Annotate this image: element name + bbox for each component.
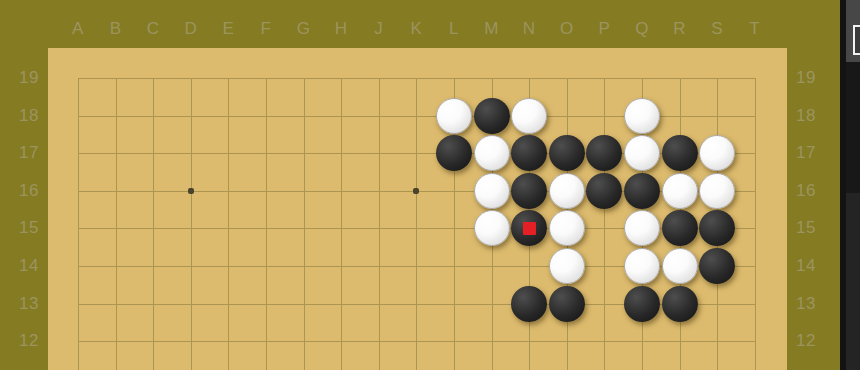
column-label-D: D <box>184 19 197 39</box>
column-label-T: T <box>749 19 760 39</box>
row-label-right-16: 16 <box>796 181 816 201</box>
black-stone[interactable] <box>511 210 547 246</box>
white-stone[interactable] <box>624 98 660 134</box>
white-stone[interactable] <box>549 248 585 284</box>
grid-line-vertical <box>604 78 605 370</box>
panel-top-section <box>846 0 860 62</box>
black-stone[interactable] <box>586 135 622 171</box>
white-stone[interactable] <box>474 135 510 171</box>
white-stone[interactable] <box>474 173 510 209</box>
column-label-G: G <box>297 19 311 39</box>
screen: ABCDEFGHJKLMNOPQRST 1918171615141312 191… <box>0 0 860 370</box>
white-stone[interactable] <box>699 135 735 171</box>
row-label-right-14: 14 <box>796 256 816 276</box>
black-stone[interactable] <box>586 173 622 209</box>
grid-line-vertical <box>341 78 342 370</box>
column-label-L: L <box>449 19 459 39</box>
white-stone[interactable] <box>699 173 735 209</box>
column-label-N: N <box>523 19 536 39</box>
row-label-left-17: 17 <box>19 143 39 163</box>
row-label-left-13: 13 <box>19 294 39 314</box>
black-stone[interactable] <box>662 286 698 322</box>
row-label-right-18: 18 <box>796 106 816 126</box>
column-label-F: F <box>261 19 272 39</box>
column-label-M: M <box>484 19 499 39</box>
grid-line-horizontal <box>78 341 756 342</box>
black-stone[interactable] <box>549 286 585 322</box>
white-stone[interactable] <box>662 173 698 209</box>
white-stone[interactable] <box>624 135 660 171</box>
panel-bottom-section <box>846 193 860 370</box>
row-label-left-15: 15 <box>19 218 39 238</box>
black-stone[interactable] <box>662 135 698 171</box>
column-label-C: C <box>147 19 160 39</box>
white-stone[interactable] <box>474 210 510 246</box>
column-label-R: R <box>673 19 686 39</box>
black-stone[interactable] <box>624 286 660 322</box>
white-stone[interactable] <box>624 248 660 284</box>
black-stone[interactable] <box>549 135 585 171</box>
row-label-left-12: 12 <box>19 331 39 351</box>
white-stone[interactable] <box>436 98 472 134</box>
black-stone[interactable] <box>474 98 510 134</box>
black-stone[interactable] <box>511 173 547 209</box>
grid-line-vertical <box>228 78 229 370</box>
grid-line-vertical <box>416 78 417 370</box>
column-label-P: P <box>598 19 610 39</box>
black-stone[interactable] <box>624 173 660 209</box>
row-label-right-15: 15 <box>796 218 816 238</box>
panel-square-button[interactable] <box>853 25 860 55</box>
panel-mid-section <box>846 62 860 193</box>
white-stone[interactable] <box>511 98 547 134</box>
row-label-right-13: 13 <box>796 294 816 314</box>
last-move-marker <box>523 222 536 235</box>
row-label-right-19: 19 <box>796 68 816 88</box>
black-stone[interactable] <box>511 286 547 322</box>
grid-line-vertical <box>78 78 79 370</box>
row-label-left-19: 19 <box>19 68 39 88</box>
white-stone[interactable] <box>549 173 585 209</box>
column-label-B: B <box>110 19 122 39</box>
star-point <box>188 188 194 194</box>
black-stone[interactable] <box>699 210 735 246</box>
white-stone[interactable] <box>624 210 660 246</box>
go-board: ABCDEFGHJKLMNOPQRST 1918171615141312 191… <box>0 0 840 370</box>
board-surface[interactable] <box>48 48 787 370</box>
grid-line-vertical <box>379 78 380 370</box>
column-label-O: O <box>560 19 574 39</box>
row-label-left-16: 16 <box>19 181 39 201</box>
white-stone[interactable] <box>662 248 698 284</box>
black-stone[interactable] <box>699 248 735 284</box>
black-stone[interactable] <box>662 210 698 246</box>
black-stone[interactable] <box>436 135 472 171</box>
grid-line-vertical <box>191 78 192 370</box>
row-label-left-14: 14 <box>19 256 39 276</box>
column-label-E: E <box>222 19 234 39</box>
row-label-left-18: 18 <box>19 106 39 126</box>
column-label-K: K <box>410 19 422 39</box>
column-label-J: J <box>374 19 383 39</box>
grid-line-vertical <box>755 78 756 370</box>
grid-line-vertical <box>304 78 305 370</box>
column-label-S: S <box>711 19 723 39</box>
column-label-A: A <box>72 19 84 39</box>
white-stone[interactable] <box>549 210 585 246</box>
black-stone[interactable] <box>511 135 547 171</box>
row-label-right-12: 12 <box>796 331 816 351</box>
grid-line-vertical <box>266 78 267 370</box>
side-panel-edge <box>840 0 860 370</box>
row-label-right-17: 17 <box>796 143 816 163</box>
grid-line-vertical <box>116 78 117 370</box>
star-point <box>413 188 419 194</box>
column-label-Q: Q <box>635 19 649 39</box>
column-label-H: H <box>335 19 348 39</box>
grid-line-vertical <box>153 78 154 370</box>
grid-line-horizontal <box>78 78 756 79</box>
